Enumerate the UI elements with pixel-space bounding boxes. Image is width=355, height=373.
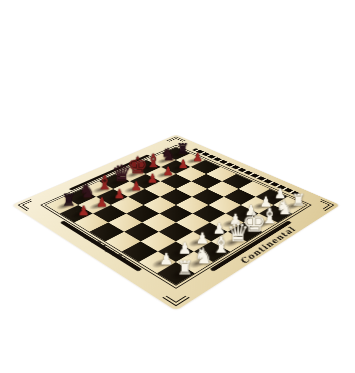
- photo-background: Continental ♜♞♝♛♚♝♞♜♟♟♟♟♟♟♟♟♟♟♟♟♟♟♟♟♜♞♝♛…: [0, 0, 355, 373]
- piece-red-pawn[interactable]: ♟: [68, 204, 99, 217]
- piece-white-rook[interactable]: ♜: [167, 260, 202, 279]
- corner-chevron-icon: [312, 199, 335, 211]
- corner-chevron-icon: [162, 289, 190, 306]
- board-mat: Continental ♜♞♝♛♚♝♞♜♟♟♟♟♟♟♟♟♟♟♟♟♟♟♟♟♜♞♝♛…: [12, 135, 340, 311]
- corner-chevron-icon: [18, 199, 41, 211]
- square-e4[interactable]: [176, 197, 209, 214]
- chess-board: ♜♞♝♛♚♝♞♜♟♟♟♟♟♟♟♟♟♟♟♟♟♟♟♟♜♞♝♛♚♝♞♜: [46, 147, 306, 285]
